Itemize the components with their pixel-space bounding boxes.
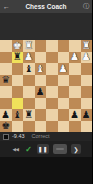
square-a2[interactable]: ♟ <box>0 109 12 121</box>
feedback-text: Correct <box>32 134 50 140</box>
app-screen: ← Chess Coach ⓘ ♚♜♜♜♟♟♟♝♝♟♛♟♟♝♜♟♟♚ -9.43… <box>0 0 92 184</box>
square-e1[interactable] <box>46 121 58 133</box>
square-b1[interactable] <box>12 121 24 133</box>
square-h3[interactable] <box>81 98 93 110</box>
square-g8[interactable] <box>69 40 81 52</box>
piece-black-king: ♚ <box>1 121 10 131</box>
piece-black-pawn: ♟ <box>82 110 91 120</box>
square-e3[interactable] <box>46 98 58 110</box>
info-icon[interactable]: ⓘ <box>81 2 89 11</box>
disabled-button-glyph <box>56 148 64 150</box>
square-d4[interactable]: ♟ <box>35 86 47 98</box>
back-icon[interactable]: ← <box>3 3 11 10</box>
piece-white-king: ♚ <box>13 41 22 51</box>
square-a4[interactable] <box>0 86 12 98</box>
square-c2[interactable]: ♜ <box>23 109 35 121</box>
square-e7[interactable] <box>46 52 58 64</box>
square-f4[interactable] <box>58 86 70 98</box>
square-b5[interactable] <box>12 75 24 87</box>
square-c1[interactable] <box>23 121 35 133</box>
page-title: Chess Coach <box>11 3 81 10</box>
square-a5[interactable]: ♛ <box>0 75 12 87</box>
square-e5[interactable] <box>46 75 58 87</box>
square-e4[interactable] <box>46 86 58 98</box>
square-b3[interactable] <box>12 98 24 110</box>
square-e6[interactable] <box>46 63 58 75</box>
piece-black-queen: ♛ <box>1 75 10 85</box>
piece-white-bishop: ♝ <box>36 64 45 74</box>
square-c3[interactable] <box>23 98 35 110</box>
square-f5[interactable] <box>58 75 70 87</box>
square-a6[interactable] <box>0 63 12 75</box>
piece-black-pawn: ♟ <box>36 87 45 97</box>
piece-white-rook: ♜ <box>24 41 33 51</box>
square-d3[interactable] <box>35 98 47 110</box>
square-b6[interactable] <box>12 63 24 75</box>
square-d1[interactable] <box>35 121 47 133</box>
square-h1[interactable] <box>81 121 93 133</box>
correct-check-icon: ✓ <box>24 144 33 154</box>
bottom-spacer <box>0 157 92 184</box>
eval-color-indicator <box>3 134 9 140</box>
next-move-button[interactable]: ❯ <box>71 144 81 154</box>
square-d6[interactable]: ♝ <box>35 63 47 75</box>
square-f7[interactable] <box>58 52 70 64</box>
square-d7[interactable] <box>35 52 47 64</box>
square-g4[interactable] <box>69 86 81 98</box>
square-d2[interactable] <box>35 109 47 121</box>
piece-white-pawn: ♟ <box>82 52 91 62</box>
square-c5[interactable] <box>23 75 35 87</box>
evaluation-row: -9.43 Correct <box>0 132 92 141</box>
square-f1[interactable] <box>58 121 70 133</box>
square-f2[interactable] <box>58 109 70 121</box>
piece-black-bishop: ♝ <box>24 64 33 74</box>
square-g7[interactable]: ♟ <box>69 52 81 64</box>
evaluation-value: -9.43 <box>12 134 25 140</box>
pause-button[interactable]: ❚❚ <box>37 144 49 154</box>
chess-board: ♚♜♜♜♟♟♟♝♝♟♛♟♟♝♜♟♟♚ <box>0 40 92 132</box>
square-f6[interactable]: ♟ <box>58 63 70 75</box>
square-a3[interactable] <box>0 98 12 110</box>
square-g5[interactable] <box>69 75 81 87</box>
square-b7[interactable]: ♜ <box>12 52 24 64</box>
square-a8[interactable] <box>0 40 12 52</box>
square-b4[interactable] <box>12 86 24 98</box>
square-e8[interactable] <box>46 40 58 52</box>
square-g6[interactable] <box>69 63 81 75</box>
square-h5[interactable] <box>81 75 93 87</box>
piece-black-pawn: ♟ <box>1 110 10 120</box>
playback-controls: ◀◀ ✓ ❚❚ ❯ <box>0 141 92 157</box>
piece-black-rook: ♜ <box>13 52 22 62</box>
square-c6[interactable]: ♝ <box>23 63 35 75</box>
square-c7[interactable]: ♟ <box>23 52 35 64</box>
piece-black-pawn: ♟ <box>70 110 79 120</box>
disabled-button[interactable] <box>53 144 67 154</box>
square-c4[interactable] <box>23 86 35 98</box>
rewind-button[interactable]: ◀◀ <box>11 144 20 154</box>
square-d8[interactable] <box>35 40 47 52</box>
piece-black-rook: ♜ <box>24 110 33 120</box>
square-g3[interactable] <box>69 98 81 110</box>
app-bar: ← Chess Coach ⓘ <box>0 0 92 13</box>
square-c8[interactable]: ♜ <box>23 40 35 52</box>
square-h6[interactable] <box>81 63 93 75</box>
piece-white-rook: ♜ <box>82 41 91 51</box>
square-a7[interactable] <box>0 52 12 64</box>
square-g2[interactable]: ♟ <box>69 109 81 121</box>
square-h8[interactable]: ♜ <box>81 40 93 52</box>
square-e2[interactable] <box>46 109 58 121</box>
square-h7[interactable]: ♟ <box>81 52 93 64</box>
square-g1[interactable] <box>69 121 81 133</box>
square-f8[interactable] <box>58 40 70 52</box>
coach-message-area <box>0 13 92 40</box>
piece-white-pawn: ♟ <box>24 52 33 62</box>
square-h2[interactable]: ♟ <box>81 109 93 121</box>
square-f3[interactable] <box>58 98 70 110</box>
piece-white-pawn: ♟ <box>70 52 79 62</box>
piece-white-pawn: ♟ <box>59 64 68 74</box>
square-b8[interactable]: ♚ <box>12 40 24 52</box>
square-d5[interactable] <box>35 75 47 87</box>
square-h4[interactable] <box>81 86 93 98</box>
square-b2[interactable]: ♝ <box>12 109 24 121</box>
piece-black-bishop: ♝ <box>13 110 22 120</box>
square-a1[interactable]: ♚ <box>0 121 12 133</box>
